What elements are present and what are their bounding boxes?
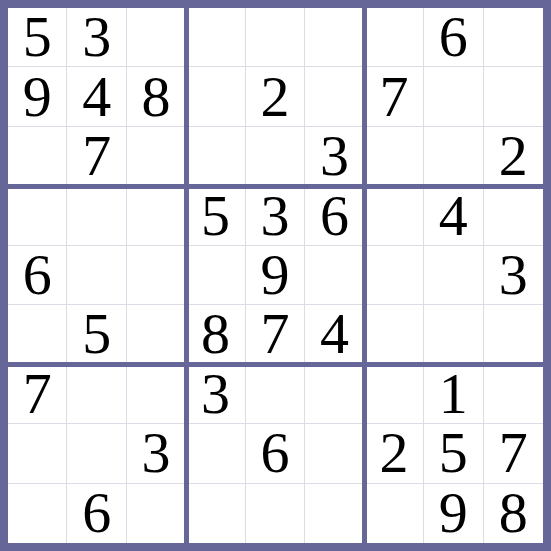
given-digit: 9 [260,246,289,304]
cell-r8c4[interactable] [186,424,245,483]
cell-r5c6[interactable] [305,246,364,305]
given-digit: 8 [142,68,171,126]
cell-r9c9[interactable]: 8 [484,484,543,543]
cell-r6c3[interactable] [127,305,186,364]
cell-r1c5[interactable] [246,8,305,67]
given-digit: 6 [439,8,468,66]
cell-r7c2[interactable] [67,365,126,424]
given-digit: 7 [499,424,528,482]
cell-r3c7[interactable] [365,127,424,186]
given-digit: 3 [201,365,230,423]
cell-r1c3[interactable] [127,8,186,67]
cell-r4c5[interactable]: 3 [246,186,305,245]
cell-r7c7[interactable] [365,365,424,424]
cell-r8c3[interactable]: 3 [127,424,186,483]
given-digit: 6 [260,424,289,482]
cell-r4c9[interactable] [484,186,543,245]
cell-r6c1[interactable] [8,305,67,364]
cell-r6c8[interactable] [424,305,483,364]
cell-r8c2[interactable] [67,424,126,483]
cell-r2c9[interactable] [484,67,543,126]
given-digit: 7 [82,127,111,185]
cell-r8c6[interactable] [305,424,364,483]
cell-r9c5[interactable] [246,484,305,543]
cell-r5c2[interactable] [67,246,126,305]
given-digit: 8 [499,484,528,542]
cell-r5c1[interactable]: 6 [8,246,67,305]
cell-r2c3[interactable]: 8 [127,67,186,126]
cell-r4c1[interactable] [8,186,67,245]
cell-r5c9[interactable]: 3 [484,246,543,305]
cell-r4c8[interactable]: 4 [424,186,483,245]
cell-r3c5[interactable] [246,127,305,186]
cell-r3c9[interactable]: 2 [484,127,543,186]
cell-r5c7[interactable] [365,246,424,305]
given-digit: 7 [260,305,289,363]
cell-r2c1[interactable]: 9 [8,67,67,126]
given-digit: 7 [23,365,52,423]
cell-r4c7[interactable] [365,186,424,245]
given-digit: 3 [260,187,289,245]
cell-r3c1[interactable] [8,127,67,186]
cell-r1c1[interactable]: 5 [8,8,67,67]
cell-r6c4[interactable]: 8 [186,305,245,364]
cell-r7c4[interactable]: 3 [186,365,245,424]
cell-r9c6[interactable] [305,484,364,543]
cell-r5c5[interactable]: 9 [246,246,305,305]
cell-r1c9[interactable] [484,8,543,67]
sudoku-grid: 536948277325364693587473136257698 [8,8,543,543]
cell-r2c2[interactable]: 4 [67,67,126,126]
cell-r7c8[interactable]: 1 [424,365,483,424]
given-digit: 8 [201,305,230,363]
given-digit: 3 [499,246,528,304]
cell-r9c8[interactable]: 9 [424,484,483,543]
given-digit: 9 [23,68,52,126]
cell-r9c7[interactable] [365,484,424,543]
cell-r2c8[interactable] [424,67,483,126]
cell-r4c6[interactable]: 6 [305,186,364,245]
cell-r9c1[interactable] [8,484,67,543]
given-digit: 5 [439,424,468,482]
given-digit: 6 [23,246,52,304]
given-digit: 1 [439,365,468,423]
cell-r3c4[interactable] [186,127,245,186]
cell-r6c7[interactable] [365,305,424,364]
sudoku-board: 536948277325364693587473136257698 [0,0,551,551]
cell-r2c5[interactable]: 2 [246,67,305,126]
cell-r4c2[interactable] [67,186,126,245]
cell-r7c6[interactable] [305,365,364,424]
cell-r9c3[interactable] [127,484,186,543]
given-digit: 7 [379,68,408,126]
cell-r9c2[interactable]: 6 [67,484,126,543]
given-digit: 3 [142,424,171,482]
cell-r2c4[interactable] [186,67,245,126]
cell-r5c8[interactable] [424,246,483,305]
cell-r4c4[interactable]: 5 [186,186,245,245]
given-digit: 4 [439,187,468,245]
cell-r7c3[interactable] [127,365,186,424]
cell-r4c3[interactable] [127,186,186,245]
cell-r9c4[interactable] [186,484,245,543]
cell-r1c8[interactable]: 6 [424,8,483,67]
cell-r1c4[interactable] [186,8,245,67]
cell-r6c5[interactable]: 7 [246,305,305,364]
cell-r8c9[interactable]: 7 [484,424,543,483]
given-digit: 5 [201,187,230,245]
cell-r8c1[interactable] [8,424,67,483]
cell-r7c5[interactable] [246,365,305,424]
given-digit: 3 [320,127,349,185]
cell-r2c7[interactable]: 7 [365,67,424,126]
cell-r2c6[interactable] [305,67,364,126]
given-digit: 4 [82,68,111,126]
cell-r6c2[interactable]: 5 [67,305,126,364]
given-digit: 3 [82,8,111,66]
given-digit: 5 [23,8,52,66]
given-digit: 2 [379,424,408,482]
cell-r1c7[interactable] [365,8,424,67]
cell-r3c3[interactable] [127,127,186,186]
cell-r7c1[interactable]: 7 [8,365,67,424]
cell-r1c6[interactable] [305,8,364,67]
cell-r3c8[interactable] [424,127,483,186]
given-digit: 6 [320,187,349,245]
cell-r7c9[interactable] [484,365,543,424]
cell-r6c9[interactable] [484,305,543,364]
cell-r8c8[interactable]: 5 [424,424,483,483]
cell-r3c2[interactable]: 7 [67,127,126,186]
cell-r3c6[interactable]: 3 [305,127,364,186]
cell-r8c7[interactable]: 2 [365,424,424,483]
cell-r6c6[interactable]: 4 [305,305,364,364]
cell-r8c5[interactable]: 6 [246,424,305,483]
given-digit: 2 [260,68,289,126]
cell-r5c3[interactable] [127,246,186,305]
given-digit: 4 [320,305,349,363]
given-digit: 9 [439,484,468,542]
cell-r1c2[interactable]: 3 [67,8,126,67]
cell-r5c4[interactable] [186,246,245,305]
given-digit: 5 [82,305,111,363]
given-digit: 6 [82,484,111,542]
given-digit: 2 [499,127,528,185]
